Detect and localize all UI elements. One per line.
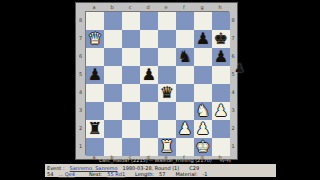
- square-f3[interactable]: [176, 102, 194, 120]
- square-c6[interactable]: [122, 48, 140, 66]
- coord-label-3: 3: [229, 101, 237, 119]
- square-c2[interactable]: [122, 120, 140, 138]
- square-g3[interactable]: ♞: [194, 102, 212, 120]
- square-c4[interactable]: [122, 84, 140, 102]
- square-c5[interactable]: [122, 66, 140, 84]
- square-h8[interactable]: [212, 12, 230, 30]
- square-e3[interactable]: [158, 102, 176, 120]
- white-player-name: Lalic_Haidar (2215): [99, 157, 148, 163]
- square-d3[interactable]: [140, 102, 158, 120]
- coord-label-7: 7: [229, 29, 237, 47]
- square-b5[interactable]: [104, 66, 122, 84]
- coord-label-h: h: [211, 3, 229, 11]
- square-f7[interactable]: [176, 30, 194, 48]
- coord-label-b: b: [103, 3, 121, 11]
- square-c1[interactable]: [122, 138, 140, 156]
- square-d6[interactable]: [140, 48, 158, 66]
- square-h2[interactable]: [212, 120, 230, 138]
- square-f8[interactable]: [176, 12, 194, 30]
- square-c3[interactable]: [122, 102, 140, 120]
- rank-labels-left: 87654321: [76, 11, 85, 155]
- square-a8[interactable]: [86, 12, 104, 30]
- square-e5[interactable]: [158, 66, 176, 84]
- square-h3[interactable]: ♟: [212, 102, 230, 120]
- video-frame: abcdefgh 87654321 ♛♟♚♞♟♟♟♛♞♟♜♟♟♜♚ 876543…: [0, 0, 320, 180]
- square-a7[interactable]: ♛: [86, 30, 104, 48]
- chess-board-frame: abcdefgh 87654321 ♛♟♚♞♟♟♟♛♞♟♜♟♟♜♚ 876543…: [75, 2, 238, 160]
- square-d5[interactable]: ♟: [140, 66, 158, 84]
- square-a3[interactable]: [86, 102, 104, 120]
- next-move-link[interactable]: 55 Rd1: [107, 171, 125, 177]
- coord-label-d: d: [139, 3, 157, 11]
- square-e7[interactable]: [158, 30, 176, 48]
- coord-label-c: c: [121, 3, 139, 11]
- square-f6[interactable]: ♞: [176, 48, 194, 66]
- material-label: Material:: [175, 171, 197, 177]
- square-f2[interactable]: ♟: [176, 120, 194, 138]
- square-h6[interactable]: ♟: [212, 48, 230, 66]
- square-g8[interactable]: [194, 12, 212, 30]
- white-pawn-h3: ♟: [214, 103, 228, 119]
- coord-label-8: 8: [229, 11, 237, 29]
- coord-label-4: 4: [229, 83, 237, 101]
- coord-label-a: a: [85, 3, 103, 11]
- players-separator: --: [149, 157, 153, 163]
- coord-label-e: e: [157, 3, 175, 11]
- square-b8[interactable]: [104, 12, 122, 30]
- white-queen-a7: ♛: [88, 31, 102, 47]
- white-pawn-f2: ♟: [178, 121, 192, 137]
- square-d4[interactable]: [140, 84, 158, 102]
- coord-label-7: 7: [76, 29, 85, 47]
- coord-label-f: f: [175, 3, 193, 11]
- black-pawn-a5: ♟: [88, 67, 102, 83]
- square-h4[interactable]: [212, 84, 230, 102]
- square-b4[interactable]: [104, 84, 122, 102]
- move-row: 54 ... Qe4 Next: 55 Rd1 Length: 57 Mater…: [47, 171, 274, 177]
- square-h7[interactable]: ♚: [212, 30, 230, 48]
- square-a6[interactable]: [86, 48, 104, 66]
- coord-label-5: 5: [76, 65, 85, 83]
- white-king-g1: ♚: [196, 139, 210, 155]
- coord-label-6: 6: [76, 47, 85, 65]
- black-rook-a2: ♜: [88, 121, 102, 137]
- coord-label-3: 3: [76, 101, 85, 119]
- black-queen-e4: ♛: [160, 85, 174, 101]
- last-move-link[interactable]: ... Qe4: [58, 171, 75, 177]
- square-d7[interactable]: [140, 30, 158, 48]
- game-header: Lalic_Haidar (2215) -- Walede_Frieling (…: [40, 157, 290, 164]
- square-f5[interactable]: [176, 66, 194, 84]
- black-pawn-d5: ♟: [142, 67, 156, 83]
- next-label: Next:: [89, 171, 102, 177]
- black-pawn-h6: ♟: [214, 49, 228, 65]
- file-labels-top: abcdefgh: [85, 3, 229, 11]
- white-pawn-g2: ♟: [196, 121, 210, 137]
- coord-label-2: 2: [76, 119, 85, 137]
- length-label: Length:: [135, 171, 154, 177]
- coord-label-4: 4: [76, 83, 85, 101]
- game-info-panel: Event : Sanremo, Sanremo 1980-03-28, Rou…: [45, 164, 276, 177]
- square-b2[interactable]: [104, 120, 122, 138]
- black-player-name: Walede_Frieling (2170): [155, 157, 212, 163]
- square-f4[interactable]: [176, 84, 194, 102]
- coord-label-1: 1: [229, 137, 237, 155]
- square-a2[interactable]: ♜: [86, 120, 104, 138]
- black-pawn-g7: ♟: [196, 31, 210, 47]
- material-advantage-pawn-icon: ♟: [234, 62, 245, 74]
- square-e6[interactable]: [158, 48, 176, 66]
- square-b3[interactable]: [104, 102, 122, 120]
- length-value: 57: [159, 171, 165, 177]
- chess-board: ♛♟♚♞♟♟♟♛♞♟♜♟♟♜♚: [85, 11, 229, 155]
- square-g6[interactable]: [194, 48, 212, 66]
- square-h5[interactable]: [212, 66, 230, 84]
- square-c7[interactable]: [122, 30, 140, 48]
- black-knight-f6: ♞: [178, 49, 192, 65]
- coord-label-8: 8: [76, 11, 85, 29]
- square-g7[interactable]: ♟: [194, 30, 212, 48]
- square-b6[interactable]: [104, 48, 122, 66]
- square-a5[interactable]: ♟: [86, 66, 104, 84]
- square-b7[interactable]: [104, 30, 122, 48]
- square-g2[interactable]: ♟: [194, 120, 212, 138]
- coord-label-g: g: [193, 3, 211, 11]
- square-d2[interactable]: [140, 120, 158, 138]
- coord-label-1: 1: [76, 137, 85, 155]
- square-g5[interactable]: [194, 66, 212, 84]
- square-c8[interactable]: [122, 12, 140, 30]
- rank-labels-right: 87654321: [229, 11, 237, 155]
- move-number: 54: [47, 171, 53, 177]
- material-value: -1: [202, 171, 207, 177]
- coord-label-2: 2: [229, 119, 237, 137]
- square-a4[interactable]: [86, 84, 104, 102]
- square-e4[interactable]: ♛: [158, 84, 176, 102]
- square-d8[interactable]: [140, 12, 158, 30]
- white-knight-g3: ♞: [196, 103, 210, 119]
- square-g4[interactable]: [194, 84, 212, 102]
- black-king-h7: ♚: [214, 31, 228, 47]
- white-rook-e1: ♜: [160, 139, 174, 155]
- game-result: ½-½: [219, 157, 231, 163]
- square-e8[interactable]: [158, 12, 176, 30]
- square-e2[interactable]: [158, 120, 176, 138]
- square-f1[interactable]: [176, 138, 194, 156]
